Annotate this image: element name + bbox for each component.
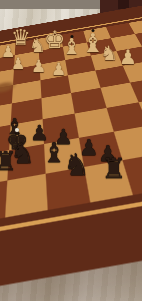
pieces-layer: ♟♛♞♚♝♝♞♟♟♟♟♝♚♟♟♞♜♝♟♞♟♜ bbox=[0, 0, 142, 301]
white-pawn[interactable]: ♟ bbox=[51, 61, 66, 78]
white-bishop[interactable]: ♝ bbox=[62, 36, 82, 58]
dark-finial bbox=[70, 35, 73, 38]
black-rook[interactable]: ♜ bbox=[101, 155, 126, 183]
black-rook[interactable]: ♜ bbox=[0, 148, 17, 174]
white-pawn[interactable]: ♟ bbox=[31, 58, 46, 75]
white-knight[interactable]: ♞ bbox=[100, 43, 118, 63]
scene: Rensle ♟♛♞♚♝♝♞♟♟♟♟♝♚♟♟♞♜♝♟♞♟♜ bbox=[0, 0, 142, 301]
black-knight[interactable]: ♞ bbox=[63, 150, 90, 180]
white-pawn[interactable]: ♟ bbox=[119, 47, 137, 67]
light-finial bbox=[15, 128, 19, 132]
dark-finial bbox=[91, 29, 94, 32]
white-pawn[interactable]: ♟ bbox=[11, 56, 25, 72]
white-queen[interactable]: ♛ bbox=[11, 27, 31, 49]
